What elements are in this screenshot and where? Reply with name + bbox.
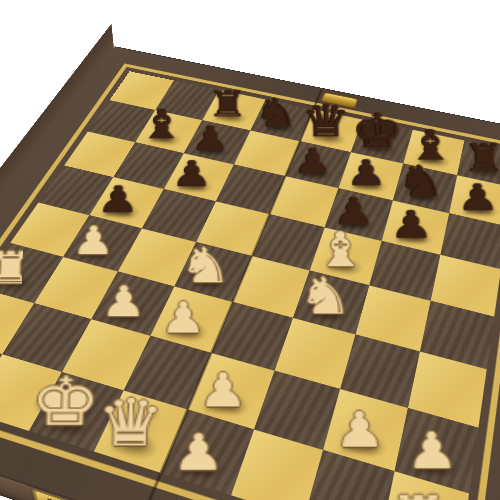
white-queen-glyph: ♛ <box>94 390 168 455</box>
piece-white-knight-d4[interactable]: ♞ <box>174 240 236 289</box>
white-pawn-glyph: ♟ <box>63 221 124 260</box>
white-pawn-glyph: ♟ <box>150 296 215 339</box>
photo-scene: ♜♞♛♚♝♜♝♟♟♟♞♟♟♟♟♟♝♟♞♞♜♟♟♟♟♟♚♛♟♜ <box>0 0 500 500</box>
piece-black-pawn-f7[interactable]: ♟ <box>338 155 394 191</box>
black-rook-glyph: ♜ <box>457 139 500 177</box>
piece-black-pawn-h7[interactable]: ♟ <box>449 179 500 216</box>
piece-black-rook-c8[interactable]: ♜ <box>202 87 253 122</box>
piece-white-king-c1[interactable]: ♚ <box>29 368 102 435</box>
piece-black-pawn-g6[interactable]: ♟ <box>381 205 441 243</box>
piece-black-rook-h8[interactable]: ♜ <box>457 139 500 177</box>
white-pawn-glyph: ♟ <box>323 405 396 454</box>
piece-white-pawn-b4[interactable]: ♟ <box>63 221 124 260</box>
black-bishop-glyph: ♝ <box>135 104 188 145</box>
black-king-glyph: ♚ <box>351 107 405 154</box>
black-pawn-glyph: ♟ <box>184 121 237 155</box>
piece-black-pawn-b5[interactable]: ♟ <box>89 181 147 218</box>
black-pawn-glyph: ♟ <box>89 181 147 218</box>
white-pawn-glyph: ♟ <box>161 427 235 477</box>
piece-black-queen-e8[interactable]: ♛ <box>300 99 353 144</box>
piece-black-pawn-e7[interactable]: ♟ <box>286 143 341 178</box>
piece-white-pawn-c3[interactable]: ♟ <box>91 280 156 322</box>
black-knight-glyph: ♞ <box>251 93 303 133</box>
board-frame: ♜♞♛♚♝♜♝♟♟♟♞♟♟♟♟♟♝♟♞♞♜♟♟♟♟♟♚♛♟♜ <box>0 47 500 500</box>
black-pawn-glyph: ♟ <box>286 143 341 178</box>
black-pawn-glyph: ♟ <box>164 156 220 192</box>
square-h6[interactable] <box>440 213 500 269</box>
piece-white-pawn-e2[interactable]: ♟ <box>188 367 258 414</box>
piece-black-knight-g7[interactable]: ♞ <box>393 159 450 203</box>
white-rook-glyph: ♜ <box>0 246 42 290</box>
brass-clasp-icon <box>31 489 85 500</box>
black-pawn-glyph: ♟ <box>338 155 394 191</box>
white-pawn-glyph: ♟ <box>91 280 156 322</box>
piece-black-knight-d8[interactable]: ♞ <box>251 93 303 133</box>
piece-white-pawn-e1[interactable]: ♟ <box>161 427 235 477</box>
piece-white-rook-h1[interactable]: ♜ <box>379 489 459 500</box>
piece-black-king-f8[interactable]: ♚ <box>351 107 405 154</box>
square-e1[interactable]: ♟ <box>161 410 254 496</box>
piece-black-bishop-b7[interactable]: ♝ <box>135 104 188 145</box>
piece-white-knight-f4[interactable]: ♞ <box>293 270 357 321</box>
white-pawn-glyph: ♟ <box>394 426 469 476</box>
black-pawn-glyph: ♟ <box>381 205 441 243</box>
chess-box-board: ♜♞♛♚♝♜♝♟♟♟♞♟♟♟♟♟♝♟♞♞♜♟♟♟♟♟♚♛♟♜ <box>0 47 500 500</box>
black-pawn-glyph: ♟ <box>449 179 500 216</box>
white-knight-glyph: ♞ <box>293 270 357 321</box>
white-rook-glyph: ♜ <box>379 489 459 500</box>
piece-white-pawn-d3[interactable]: ♟ <box>150 296 215 339</box>
white-king-glyph: ♚ <box>29 368 102 435</box>
piece-black-pawn-c7[interactable]: ♟ <box>184 121 237 155</box>
black-knight-glyph: ♞ <box>393 159 450 203</box>
white-knight-glyph: ♞ <box>174 240 236 289</box>
black-queen-glyph: ♛ <box>300 99 353 144</box>
piece-black-pawn-c6[interactable]: ♟ <box>164 156 220 192</box>
black-rook-glyph: ♜ <box>202 87 253 122</box>
piece-white-rook-a3[interactable]: ♜ <box>0 246 42 290</box>
piece-white-pawn-h2[interactable]: ♟ <box>394 426 469 476</box>
white-pawn-glyph: ♟ <box>188 367 258 414</box>
board-grid: ♜♞♛♚♝♜♝♟♟♟♞♟♟♟♟♟♝♟♞♞♜♟♟♟♟♟♚♛♟♜ <box>0 71 500 500</box>
piece-white-pawn-g2[interactable]: ♟ <box>323 405 396 454</box>
piece-white-queen-d1[interactable]: ♛ <box>94 390 168 455</box>
